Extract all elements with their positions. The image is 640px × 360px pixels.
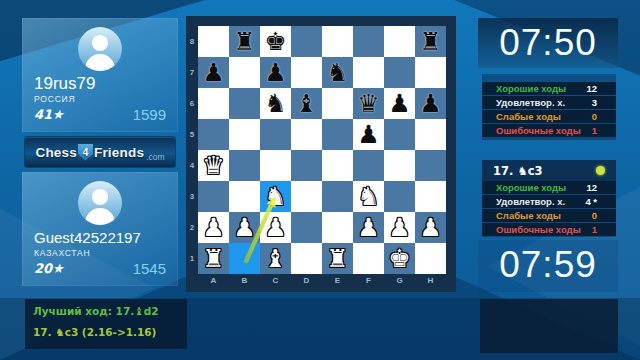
piece-white-rook[interactable]: ♜ — [326, 243, 348, 274]
stat-label: Хорошие ходы — [496, 182, 566, 193]
move-panel-header: 17. ♞c3 — [482, 160, 616, 181]
avatar-icon — [78, 181, 122, 225]
square-d3[interactable] — [291, 181, 322, 212]
file-label-c: C — [260, 274, 291, 290]
avatar-head — [92, 189, 108, 205]
piece-black-rook[interactable]: ♜ — [419, 26, 441, 57]
logo-text-com: .com — [146, 152, 164, 167]
stat-label: Хорошие ходы — [496, 83, 566, 94]
square-f1[interactable] — [353, 243, 384, 274]
piece-black-rook[interactable]: ♜ — [233, 26, 255, 57]
square-c1[interactable]: ♝ — [260, 243, 291, 274]
square-b6[interactable] — [229, 88, 260, 119]
stat-value: 4 * — [585, 196, 597, 207]
square-g1[interactable]: ♚ — [384, 243, 415, 274]
square-e7[interactable]: ♞ — [322, 57, 353, 88]
stat-value: 1 — [592, 224, 597, 235]
square-a7[interactable]: ♟ — [198, 57, 229, 88]
square-d5[interactable] — [291, 119, 322, 150]
stat-row-weak: Слабые ходы0 — [482, 209, 616, 222]
player-card-bottom: Guest42522197 КАЗАХСТАН 20★ 1545 — [22, 172, 178, 286]
rank-label-4: 4 — [186, 150, 198, 181]
square-c3[interactable]: ♞ — [260, 181, 291, 212]
piece-black-pawn[interactable]: ♟ — [419, 88, 441, 119]
player-name: Guest42522197 — [22, 228, 178, 247]
rank-label-5: 5 — [186, 119, 198, 150]
rank-label-1: 1 — [186, 243, 198, 274]
stats-panel-move: Хорошие ходы12Удовлетвор. х.4 *Слабые хо… — [482, 181, 616, 236]
rank-label-3: 3 — [186, 181, 198, 212]
avatar-torso — [85, 54, 115, 71]
square-b7[interactable] — [229, 57, 260, 88]
stat-label: Ошибочные ходы — [496, 224, 581, 235]
stat-label: Удовлетвор. х. — [496, 97, 565, 108]
square-h5[interactable] — [415, 119, 446, 150]
clock-bottom: 07:59 — [478, 240, 618, 292]
square-c6[interactable]: ♞ — [260, 88, 291, 119]
square-a1[interactable]: ♜ — [198, 243, 229, 274]
stat-row-weak: Слабые ходы0 — [482, 110, 616, 123]
move-label: 17. ♞c3 — [493, 164, 543, 178]
square-c8[interactable]: ♚ — [260, 26, 291, 57]
square-d2[interactable] — [291, 212, 322, 243]
avatar-torso — [85, 208, 115, 225]
square-h6[interactable]: ♟ — [415, 88, 446, 119]
square-b1[interactable] — [229, 243, 260, 274]
chess-board[interactable]: ♜♚♜♟♟♞♞♝♛♟♟♟♛♞♞♟♟♟♟♟♟♜♝♜♚ — [198, 26, 446, 274]
player-stars: 41★ — [34, 107, 64, 122]
piece-black-pawn[interactable]: ♟ — [357, 119, 379, 150]
best-move-text: Лучший ход: 17.♝d2 — [33, 305, 179, 317]
piece-black-pawn[interactable]: ♟ — [264, 57, 286, 88]
stat-row-bad: Ошибочные ходы1 — [482, 124, 616, 137]
chess-board-panel: 87654321 ♜♚♜♟♟♞♞♝♛♟♟♟♛♞♞♟♟♟♟♟♟♜♝♜♚ ABCDE… — [186, 16, 456, 292]
file-label-b: B — [229, 274, 260, 290]
piece-white-pawn[interactable]: ♟ — [357, 212, 379, 243]
player-country: РОССИЯ — [22, 93, 178, 104]
piece-white-pawn[interactable]: ♟ — [264, 212, 286, 243]
piece-white-bishop[interactable]: ♝ — [264, 243, 286, 274]
stat-label: Слабые ходы — [496, 111, 561, 122]
stat-row-good: Хорошие ходы12 — [482, 82, 616, 95]
square-b4[interactable] — [229, 150, 260, 181]
square-f3[interactable]: ♞ — [353, 181, 384, 212]
player-rating: 1545 — [133, 260, 166, 277]
square-h7[interactable] — [415, 57, 446, 88]
square-h1[interactable] — [415, 243, 446, 274]
square-b8[interactable]: ♜ — [229, 26, 260, 57]
square-h4[interactable] — [415, 150, 446, 181]
square-e6[interactable] — [322, 88, 353, 119]
stat-value: 1 — [592, 125, 597, 136]
square-f5[interactable]: ♟ — [353, 119, 384, 150]
rank-label-8: 8 — [186, 26, 198, 57]
rank-label-2: 2 — [186, 212, 198, 243]
move-panel: 17. ♞c3 Хорошие ходы12Удовлетвор. х.4 *С… — [482, 160, 616, 237]
file-labels: ABCDEFGH — [198, 274, 446, 290]
stat-label: Слабые ходы — [496, 210, 561, 221]
piece-black-knight[interactable]: ♞ — [326, 57, 348, 88]
square-e5[interactable] — [322, 119, 353, 150]
square-a6[interactable] — [198, 88, 229, 119]
square-e2[interactable] — [322, 212, 353, 243]
turn-indicator-dot — [596, 166, 605, 175]
player-stars: 20★ — [34, 261, 64, 276]
player-meta-row: 41★ 1599 — [22, 104, 178, 123]
stats-panel-top: Хорошие ходы12Удовлетвор. х.3Слабые ходы… — [482, 74, 616, 140]
logo-shield-number: 4 — [83, 147, 89, 158]
square-b2[interactable]: ♟ — [229, 212, 260, 243]
clock-bottom-time: 07:59 — [478, 240, 618, 290]
stat-row-good: Хорошие ходы12 — [482, 181, 616, 194]
stat-row-ok: Удовлетвор. х.3 — [482, 96, 616, 109]
piece-white-king[interactable]: ♚ — [388, 243, 410, 274]
square-d4[interactable] — [291, 150, 322, 181]
square-g5[interactable] — [384, 119, 415, 150]
rank-label-6: 6 — [186, 88, 198, 119]
square-a4[interactable]: ♛ — [198, 150, 229, 181]
square-d8[interactable] — [291, 26, 322, 57]
piece-white-knight[interactable]: ♞ — [264, 181, 286, 212]
file-label-g: G — [384, 274, 415, 290]
stat-value: 0 — [592, 210, 597, 221]
square-e8[interactable] — [322, 26, 353, 57]
square-c7[interactable]: ♟ — [260, 57, 291, 88]
piece-white-knight[interactable]: ♞ — [357, 181, 379, 212]
stat-label: Ошибочные ходы — [496, 125, 581, 136]
square-f8[interactable] — [353, 26, 384, 57]
file-label-e: E — [322, 274, 353, 290]
stat-value: 0 — [592, 111, 597, 122]
piece-white-pawn[interactable]: ♟ — [202, 212, 224, 243]
square-d6[interactable]: ♝ — [291, 88, 322, 119]
square-g6[interactable]: ♟ — [384, 88, 415, 119]
piece-white-pawn[interactable]: ♟ — [419, 212, 441, 243]
piece-white-pawn[interactable]: ♟ — [233, 212, 255, 243]
site-logo[interactable]: Chess 4 Friends .com — [25, 137, 175, 167]
square-f6[interactable]: ♛ — [353, 88, 384, 119]
square-h3[interactable] — [415, 181, 446, 212]
app-root: 19rus79 РОССИЯ 41★ 1599 Chess 4 Friends … — [0, 0, 640, 360]
piece-black-bishop[interactable]: ♝ — [295, 88, 317, 119]
piece-black-pawn[interactable]: ♟ — [388, 88, 410, 119]
piece-black-knight[interactable]: ♞ — [264, 88, 286, 119]
avatar-head — [92, 35, 108, 51]
clock-top-time: 07:50 — [478, 18, 618, 68]
player-name: 19rus79 — [22, 74, 178, 93]
square-b5[interactable] — [229, 119, 260, 150]
analysis-panel: Лучший ход: 17.♝d2 17. ♞c3 (2.16->1.16) — [25, 299, 187, 349]
stat-value: 12 — [586, 83, 597, 94]
square-a5[interactable] — [198, 119, 229, 150]
stat-row-bad: Ошибочные ходы1 — [482, 223, 616, 236]
rank-label-7: 7 — [186, 57, 198, 88]
logo-shield-icon: 4 — [78, 144, 93, 161]
stat-label: Удовлетвор. х. — [496, 196, 565, 207]
square-g8[interactable] — [384, 26, 415, 57]
played-move-text: 17. ♞c3 (2.16->1.16) — [33, 326, 179, 338]
square-h8[interactable]: ♜ — [415, 26, 446, 57]
square-a2[interactable]: ♟ — [198, 212, 229, 243]
piece-black-pawn[interactable]: ♟ — [202, 57, 224, 88]
avatar-icon — [78, 27, 122, 71]
square-d7[interactable] — [291, 57, 322, 88]
square-c2[interactable]: ♟ — [260, 212, 291, 243]
square-f2[interactable]: ♟ — [353, 212, 384, 243]
square-a8[interactable] — [198, 26, 229, 57]
file-label-h: H — [415, 274, 446, 290]
stat-value: 12 — [586, 182, 597, 193]
rank-labels: 87654321 — [186, 26, 198, 274]
square-c4[interactable] — [260, 150, 291, 181]
stat-row-ok: Удовлетвор. х.4 * — [482, 195, 616, 208]
square-h2[interactable]: ♟ — [415, 212, 446, 243]
file-label-f: F — [353, 274, 384, 290]
square-f7[interactable] — [353, 57, 384, 88]
square-a3[interactable] — [198, 181, 229, 212]
file-label-a: A — [198, 274, 229, 290]
piece-black-king[interactable]: ♚ — [264, 26, 286, 57]
bottom-right-panel — [480, 299, 618, 353]
player-rating: 1599 — [133, 106, 166, 123]
player-card-top: 19rus79 РОССИЯ 41★ 1599 — [22, 18, 178, 132]
piece-white-rook[interactable]: ♜ — [202, 243, 224, 274]
piece-white-queen[interactable]: ♛ — [202, 150, 224, 181]
file-label-d: D — [291, 274, 322, 290]
logo-text-chess: Chess — [35, 145, 77, 160]
player-country: КАЗАХСТАН — [22, 247, 178, 258]
player-meta-row: 20★ 1545 — [22, 258, 178, 277]
stat-value: 3 — [592, 97, 597, 108]
square-g3[interactable] — [384, 181, 415, 212]
clock-top: 07:50 — [478, 18, 618, 68]
square-g4[interactable] — [384, 150, 415, 181]
square-g7[interactable] — [384, 57, 415, 88]
square-g2[interactable]: ♟ — [384, 212, 415, 243]
square-d1[interactable] — [291, 243, 322, 274]
piece-white-pawn[interactable]: ♟ — [388, 212, 410, 243]
square-f4[interactable] — [353, 150, 384, 181]
piece-black-queen[interactable]: ♛ — [357, 88, 379, 119]
square-e3[interactable] — [322, 181, 353, 212]
square-e1[interactable]: ♜ — [322, 243, 353, 274]
square-b3[interactable] — [229, 181, 260, 212]
square-c5[interactable] — [260, 119, 291, 150]
logo-text-friends: Friends — [94, 145, 144, 160]
square-e4[interactable] — [322, 150, 353, 181]
